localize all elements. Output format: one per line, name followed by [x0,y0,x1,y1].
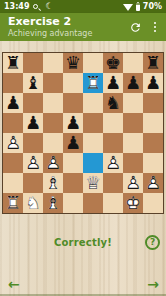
square-a4[interactable]: ♟♙ [3,133,23,153]
square-c2[interactable]: ♝♗ [43,173,63,193]
square-b5[interactable]: ♟ [23,113,43,133]
white-pawn: ♟♙ [103,153,123,173]
square-c6[interactable] [43,93,63,113]
square-b6[interactable] [23,93,43,113]
square-a2[interactable] [3,173,23,193]
square-f4[interactable] [103,133,123,153]
square-a3[interactable] [3,153,23,173]
black-pawn: ♟ [103,73,123,93]
square-d1[interactable] [63,193,83,213]
square-c7[interactable] [43,73,63,93]
square-b7[interactable]: ♝ [23,73,43,93]
square-e7[interactable]: ♜♖ [83,73,103,93]
black-pawn: ♟ [63,133,83,153]
wifi-icon [123,4,133,11]
white-pawn: ♟♙ [123,173,143,193]
square-h8[interactable]: ♜ [143,53,163,73]
feedback-message: Correctly! [0,237,166,248]
square-b8[interactable] [23,53,43,73]
square-d8[interactable]: ♛ [63,53,83,73]
black-rook: ♜ [143,53,163,73]
white-rook: ♜♖ [83,73,103,93]
square-h5[interactable] [143,113,163,133]
square-e6[interactable] [83,93,103,113]
square-c8[interactable] [43,53,63,73]
square-a5[interactable] [3,113,23,133]
square-d5[interactable]: ♟ [63,113,83,133]
white-bishop: ♝♗ [43,193,63,213]
white-pawn: ♟♙ [143,173,163,193]
black-pawn: ♟ [123,73,143,93]
square-b4[interactable] [23,133,43,153]
help-icon[interactable]: ? [145,235,160,250]
square-f2[interactable] [103,173,123,193]
square-f6[interactable]: ♞ [103,93,123,113]
square-g5[interactable] [123,113,143,133]
square-e1[interactable] [83,193,103,213]
square-g7[interactable]: ♟ [123,73,143,93]
square-a7[interactable] [3,73,23,93]
black-pawn: ♟ [143,73,163,93]
square-f7[interactable]: ♟ [103,73,123,93]
white-knight: ♞♘ [23,193,43,213]
page-subtitle: Achieving advantage [8,29,92,38]
square-d6[interactable] [63,93,83,113]
square-g8[interactable] [123,53,143,73]
white-pawn: ♟♙ [23,153,43,173]
moon-icon: ☾ [45,0,53,13]
square-g3[interactable] [123,153,143,173]
chess-board[interactable]: ♜♛♚♜♝♜♖♟♟♟♟♞♟♟♟♙♟♟♙♟♙♟♙♝♗♛♕♟♙♟♙♜♖♞♘♝♗♚♔ [2,52,164,214]
battery-percent: 70% [143,2,162,11]
square-e2[interactable]: ♛♕ [83,173,103,193]
square-h6[interactable] [143,93,163,113]
overflow-menu-icon[interactable] [152,20,158,34]
square-f3[interactable]: ♟♙ [103,153,123,173]
square-b1[interactable]: ♞♘ [23,193,43,213]
square-d7[interactable] [63,73,83,93]
square-c3[interactable]: ♟♙ [43,153,63,173]
square-e4[interactable] [83,133,103,153]
white-rook: ♜♖ [3,193,23,213]
search-icon [33,3,41,11]
square-d2[interactable] [63,173,83,193]
square-a1[interactable]: ♜♖ [3,193,23,213]
square-a6[interactable]: ♟ [3,93,23,113]
white-queen: ♛♕ [83,173,103,193]
black-king: ♚ [103,53,123,73]
black-queen: ♛ [63,53,83,73]
square-c4[interactable] [43,133,63,153]
black-pawn: ♟ [3,93,23,113]
clock: 13:49 [4,2,29,11]
white-pawn: ♟♙ [43,153,63,173]
square-h1[interactable] [143,193,163,213]
white-bishop: ♝♗ [43,173,63,193]
square-a8[interactable]: ♜ [3,53,23,73]
square-f8[interactable]: ♚ [103,53,123,73]
white-king: ♚♔ [123,193,143,213]
status-bar: 13:49 ☾ 70% [0,0,166,13]
black-pawn: ♟ [63,113,83,133]
square-c5[interactable] [43,113,63,133]
black-knight: ♞ [103,93,123,113]
wood-background: ♜♛♚♜♝♜♖♟♟♟♟♞♟♟♟♙♟♟♙♟♙♟♙♝♗♛♕♟♙♟♙♜♖♞♘♝♗♚♔ … [0,41,166,296]
square-f1[interactable] [103,193,123,213]
previous-exercise-button[interactable]: ← [8,277,20,291]
next-exercise-button[interactable]: → [147,277,159,291]
square-g6[interactable] [123,93,143,113]
square-c1[interactable]: ♝♗ [43,193,63,213]
square-h2[interactable]: ♟♙ [143,173,163,193]
white-pawn: ♟♙ [3,133,23,153]
black-bishop: ♝ [23,73,43,93]
page-title: Exercise 2 [8,16,92,29]
square-b3[interactable]: ♟♙ [23,153,43,173]
refresh-icon[interactable] [129,21,142,34]
black-rook: ♜ [3,53,23,73]
square-g4[interactable] [123,133,143,153]
square-h7[interactable]: ♟ [143,73,163,93]
square-g1[interactable]: ♚♔ [123,193,143,213]
battery-icon [136,3,140,11]
app-bar: Exercise 2 Achieving advantage [0,13,166,41]
square-d4[interactable]: ♟ [63,133,83,153]
square-g2[interactable]: ♟♙ [123,173,143,193]
square-e8[interactable] [83,53,103,73]
square-b2[interactable] [23,173,43,193]
square-h4[interactable] [143,133,163,153]
black-pawn: ♟ [23,113,43,133]
square-f5[interactable] [103,113,123,133]
square-h3[interactable] [143,153,163,173]
square-e3[interactable] [83,153,103,173]
square-e5[interactable] [83,113,103,133]
square-d3[interactable] [63,153,83,173]
